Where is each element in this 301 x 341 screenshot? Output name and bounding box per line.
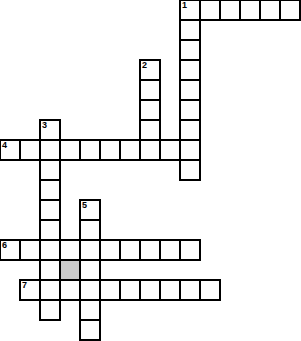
answer-cell[interactable] (39, 259, 61, 281)
answer-cell[interactable] (119, 139, 141, 161)
answer-cell[interactable] (0, 139, 21, 161)
answer-cell[interactable] (39, 199, 61, 221)
answer-cell[interactable] (179, 19, 201, 41)
answer-cell[interactable] (99, 239, 121, 261)
answer-cell[interactable] (259, 0, 281, 21)
answer-cell[interactable] (119, 239, 141, 261)
answer-cell[interactable] (39, 219, 61, 241)
answer-cell[interactable] (179, 279, 201, 301)
answer-cell[interactable] (59, 239, 81, 261)
answer-cell[interactable] (19, 239, 41, 261)
answer-cell[interactable] (139, 99, 161, 121)
answer-cell[interactable] (39, 239, 61, 261)
answer-cell[interactable] (79, 139, 101, 161)
answer-cell[interactable] (239, 0, 261, 21)
answer-cell[interactable] (39, 159, 61, 181)
answer-cell[interactable] (179, 159, 201, 181)
answer-cell[interactable] (179, 39, 201, 61)
answer-cell[interactable] (179, 59, 201, 81)
answer-cell[interactable] (0, 239, 21, 261)
answer-cell[interactable] (79, 279, 101, 301)
answer-cell[interactable] (199, 0, 221, 21)
answer-cell[interactable] (139, 239, 161, 261)
answer-cell[interactable] (179, 239, 201, 261)
answer-cell[interactable] (39, 179, 61, 201)
shaded-cell[interactable] (59, 259, 81, 281)
answer-cell[interactable] (139, 139, 161, 161)
answer-cell[interactable] (199, 279, 221, 301)
answer-cell[interactable] (139, 119, 161, 141)
answer-cell[interactable] (139, 59, 161, 81)
answer-cell[interactable] (59, 139, 81, 161)
answer-cell[interactable] (19, 279, 41, 301)
answer-cell[interactable] (139, 79, 161, 101)
answer-cell[interactable] (119, 279, 141, 301)
answer-cell[interactable] (179, 139, 201, 161)
answer-cell[interactable] (179, 79, 201, 101)
answer-cell[interactable] (39, 139, 61, 161)
answer-cell[interactable] (179, 0, 201, 21)
crossword-board: 1234567 (0, 0, 301, 341)
answer-cell[interactable] (279, 0, 301, 21)
answer-cell[interactable] (19, 139, 41, 161)
answer-cell[interactable] (79, 259, 101, 281)
answer-cell[interactable] (39, 279, 61, 301)
answer-cell[interactable] (179, 119, 201, 141)
answer-cell[interactable] (79, 219, 101, 241)
answer-cell[interactable] (139, 279, 161, 301)
answer-cell[interactable] (159, 139, 181, 161)
answer-cell[interactable] (99, 139, 121, 161)
answer-cell[interactable] (79, 299, 101, 321)
answer-cell[interactable] (79, 319, 101, 341)
answer-cell[interactable] (219, 0, 241, 21)
answer-cell[interactable] (79, 239, 101, 261)
answer-cell[interactable] (39, 299, 61, 321)
answer-cell[interactable] (99, 279, 121, 301)
answer-cell[interactable] (39, 119, 61, 141)
answer-cell[interactable] (59, 279, 81, 301)
answer-cell[interactable] (79, 199, 101, 221)
answer-cell[interactable] (159, 279, 181, 301)
answer-cell[interactable] (159, 239, 181, 261)
answer-cell[interactable] (179, 99, 201, 121)
